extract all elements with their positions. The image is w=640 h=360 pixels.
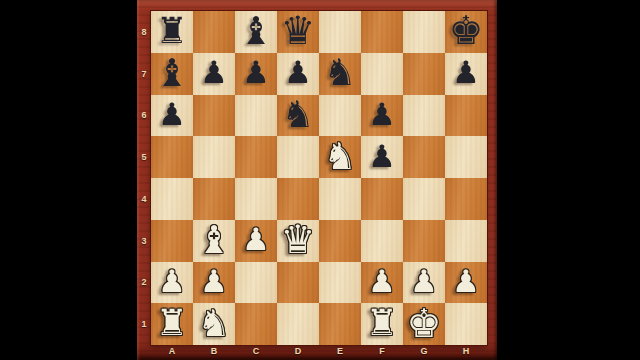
piece-black-pawn[interactable]: ♟ [200,57,228,88]
square-b2[interactable]: ♟ [193,262,235,304]
video-stage: ♜♝♛♚♝♟♟♟♞♟♟♞♟♞♟♝♟♛♟♟♟♟♟♜♞♜♚ 87654321 ABC… [0,0,640,360]
square-d6[interactable]: ♞ [277,95,319,137]
square-e3[interactable] [319,220,361,262]
square-b3[interactable]: ♝ [193,220,235,262]
rank-label-3: 3 [137,220,151,262]
square-a1[interactable]: ♜ [151,303,193,345]
square-h4[interactable] [445,178,487,220]
letterbox-left [0,0,137,360]
file-label-a: A [151,344,193,358]
piece-black-king[interactable]: ♚ [449,11,484,50]
square-f8[interactable] [361,11,403,53]
square-h1[interactable] [445,303,487,345]
piece-white-rook[interactable]: ♜ [366,305,398,341]
square-b4[interactable] [193,178,235,220]
square-e2[interactable] [319,262,361,304]
square-b7[interactable]: ♟ [193,53,235,95]
square-c6[interactable] [235,95,277,137]
piece-black-pawn[interactable]: ♟ [368,99,396,130]
piece-white-pawn[interactable]: ♟ [368,266,396,297]
square-h5[interactable] [445,136,487,178]
piece-white-pawn[interactable]: ♟ [200,266,228,297]
square-d5[interactable] [277,136,319,178]
rank-label-8: 8 [137,11,151,53]
file-label-g: G [403,344,445,358]
square-c3[interactable]: ♟ [235,220,277,262]
square-b8[interactable] [193,11,235,53]
rank-label-5: 5 [137,136,151,178]
square-e7[interactable]: ♞ [319,53,361,95]
square-f3[interactable] [361,220,403,262]
square-e1[interactable] [319,303,361,345]
square-g6[interactable] [403,95,445,137]
piece-black-pawn[interactable]: ♟ [158,99,186,130]
piece-white-pawn[interactable]: ♟ [158,266,186,297]
square-c5[interactable] [235,136,277,178]
square-c2[interactable] [235,262,277,304]
square-g2[interactable]: ♟ [403,262,445,304]
square-d8[interactable]: ♛ [277,11,319,53]
square-g3[interactable] [403,220,445,262]
square-f6[interactable]: ♟ [361,95,403,137]
square-b6[interactable] [193,95,235,137]
piece-white-pawn[interactable]: ♟ [410,266,438,297]
rank-label-6: 6 [137,95,151,137]
piece-black-knight[interactable]: ♞ [323,54,356,91]
square-f7[interactable] [361,53,403,95]
square-h6[interactable] [445,95,487,137]
file-labels: ABCDEFGH [151,344,487,358]
rank-label-4: 4 [137,178,151,220]
square-c8[interactable]: ♝ [235,11,277,53]
rank-label-1: 1 [137,303,151,345]
square-d4[interactable] [277,178,319,220]
square-a5[interactable] [151,136,193,178]
square-b5[interactable] [193,136,235,178]
square-a6[interactable]: ♟ [151,95,193,137]
square-e4[interactable] [319,178,361,220]
square-f4[interactable] [361,178,403,220]
piece-black-rook[interactable]: ♜ [156,13,188,49]
square-c7[interactable]: ♟ [235,53,277,95]
square-h8[interactable]: ♚ [445,11,487,53]
file-label-b: B [193,344,235,358]
square-a8[interactable]: ♜ [151,11,193,53]
square-e6[interactable] [319,95,361,137]
piece-black-bishop[interactable]: ♝ [239,12,273,50]
piece-black-pawn[interactable]: ♟ [368,141,396,172]
square-f2[interactable]: ♟ [361,262,403,304]
piece-black-knight[interactable]: ♞ [281,96,314,133]
square-d7[interactable]: ♟ [277,53,319,95]
square-e8[interactable] [319,11,361,53]
square-d1[interactable] [277,303,319,345]
square-h7[interactable]: ♟ [445,53,487,95]
square-c1[interactable] [235,303,277,345]
file-label-c: C [235,344,277,358]
piece-white-king[interactable]: ♚ [407,304,442,343]
square-a7[interactable]: ♝ [151,53,193,95]
square-d3[interactable]: ♛ [277,220,319,262]
piece-black-pawn[interactable]: ♟ [284,57,312,88]
piece-black-queen[interactable]: ♛ [281,11,316,50]
file-label-d: D [277,344,319,358]
square-f5[interactable]: ♟ [361,136,403,178]
piece-white-queen[interactable]: ♛ [281,220,316,259]
letterbox-right [497,0,640,360]
file-label-h: H [445,344,487,358]
square-h3[interactable] [445,220,487,262]
rank-label-7: 7 [137,53,151,95]
piece-white-pawn[interactable]: ♟ [452,266,480,297]
square-a4[interactable] [151,178,193,220]
square-c4[interactable] [235,178,277,220]
square-g4[interactable] [403,178,445,220]
piece-white-rook[interactable]: ♜ [156,305,188,341]
piece-white-knight[interactable]: ♞ [323,138,356,175]
square-e5[interactable]: ♞ [319,136,361,178]
square-g5[interactable] [403,136,445,178]
piece-black-pawn[interactable]: ♟ [242,57,270,88]
square-d2[interactable] [277,262,319,304]
file-label-f: F [361,344,403,358]
piece-black-pawn[interactable]: ♟ [452,57,480,88]
square-g7[interactable] [403,53,445,95]
square-a2[interactable]: ♟ [151,262,193,304]
square-h2[interactable]: ♟ [445,262,487,304]
piece-black-bishop[interactable]: ♝ [155,54,189,92]
rank-label-2: 2 [137,262,151,304]
square-f1[interactable]: ♜ [361,303,403,345]
rank-labels: 87654321 [137,11,151,345]
piece-white-knight[interactable]: ♞ [197,305,230,342]
piece-white-pawn[interactable]: ♟ [242,224,270,255]
piece-white-bishop[interactable]: ♝ [197,221,231,259]
square-b1[interactable]: ♞ [193,303,235,345]
square-g8[interactable] [403,11,445,53]
file-label-e: E [319,344,361,358]
square-a3[interactable] [151,220,193,262]
chessboard[interactable]: ♜♝♛♚♝♟♟♟♞♟♟♞♟♞♟♝♟♛♟♟♟♟♟♜♞♜♚ [151,11,487,345]
square-g1[interactable]: ♚ [403,303,445,345]
